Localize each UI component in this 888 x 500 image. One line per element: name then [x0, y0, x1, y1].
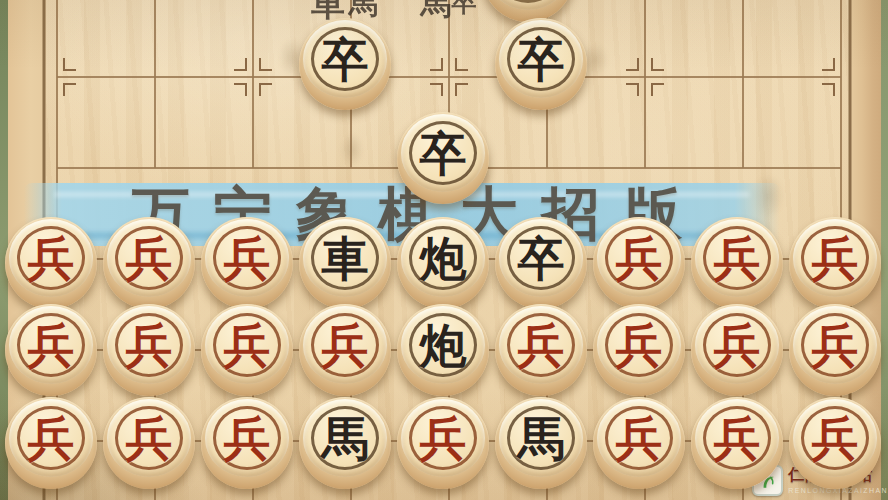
piece-character: 卒 [495, 217, 587, 299]
piece-red-r6-f7[interactable]: 兵 [593, 217, 685, 309]
piece-character: 卒 [495, 18, 587, 100]
piece-red-r8-f7[interactable]: 兵 [593, 397, 685, 489]
piece-character: 炮 [397, 304, 489, 386]
piece-red-r8-f2[interactable]: 兵 [103, 397, 195, 489]
piece-red-r7-f3[interactable]: 兵 [201, 304, 293, 396]
piece-red-r6-f3[interactable]: 兵 [201, 217, 293, 309]
xiangqi-game-screen: 万宁象棋大招版 卒卒卒兵兵兵車炮卒兵兵兵兵兵兵兵炮兵兵兵兵兵兵兵馬兵馬兵兵兵 車… [0, 0, 888, 500]
piece-character: 兵 [201, 217, 293, 299]
piece-red-r7-f9[interactable]: 兵 [789, 304, 881, 396]
piece-black-r4-f4[interactable]: 卒 [299, 18, 391, 110]
piece-black-r7-f5[interactable]: 炮 [397, 304, 489, 396]
piece-character: 兵 [691, 397, 783, 479]
piece-character: 兵 [593, 217, 685, 299]
piece-black-r4-f6[interactable]: 卒 [495, 18, 587, 110]
piece-character: 卒 [397, 112, 489, 194]
piece-character: 兵 [299, 304, 391, 386]
piece-character: 兵 [103, 397, 195, 479]
piece-character: 兵 [103, 217, 195, 299]
piece-character: 兵 [201, 304, 293, 386]
piece-red-r6-f8[interactable]: 兵 [691, 217, 783, 309]
piece-black-r8-f6[interactable]: 馬 [495, 397, 587, 489]
piece-black-r6-f5[interactable]: 炮 [397, 217, 489, 309]
piece-character: 車 [299, 217, 391, 299]
piece-character: 兵 [691, 304, 783, 386]
piece-character: 馬 [495, 397, 587, 479]
piece-red-r8-f8[interactable]: 兵 [691, 397, 783, 489]
piece-red-r7-f7[interactable]: 兵 [593, 304, 685, 396]
piece-character: 兵 [593, 397, 685, 479]
piece-character [482, 0, 574, 12]
piece-character: 兵 [495, 304, 587, 386]
piece-red-r7-f1[interactable]: 兵 [5, 304, 97, 396]
piece-red-r6-f1[interactable]: 兵 [5, 217, 97, 309]
piece-black-r6-f6[interactable]: 卒 [495, 217, 587, 309]
piece-character: 馬 [299, 397, 391, 479]
piece-black-r5-f5[interactable]: 卒 [397, 112, 489, 204]
piece-red-r7-f6[interactable]: 兵 [495, 304, 587, 396]
piece-red-r6-f9[interactable]: 兵 [789, 217, 881, 309]
piece-red-r8-f5[interactable]: 兵 [397, 397, 489, 489]
piece-red-r6-f2[interactable]: 兵 [103, 217, 195, 309]
piece-red-r7-f4[interactable]: 兵 [299, 304, 391, 396]
piece-character: 兵 [691, 217, 783, 299]
piece-red-r7-f2[interactable]: 兵 [103, 304, 195, 396]
piece-character: 兵 [201, 397, 293, 479]
piece-character: 兵 [789, 217, 881, 299]
piece-character: 兵 [593, 304, 685, 386]
piece-red-r8-f1[interactable]: 兵 [5, 397, 97, 489]
piece-character: 兵 [5, 397, 97, 479]
piece-red-r8-f9[interactable]: 兵 [789, 397, 881, 489]
piece-black-r6-f4[interactable]: 車 [299, 217, 391, 309]
piece-character: 炮 [397, 217, 489, 299]
piece-red-r7-f8[interactable]: 兵 [691, 304, 783, 396]
piece-black-r8-f4[interactable]: 馬 [299, 397, 391, 489]
piece-character: 兵 [789, 304, 881, 386]
piece-character: 兵 [103, 304, 195, 386]
piece-character: 兵 [5, 217, 97, 299]
piece-character: 兵 [5, 304, 97, 386]
piece-character: 兵 [397, 397, 489, 479]
piece-character: 兵 [789, 397, 881, 479]
piece-red-r8-f3[interactable]: 兵 [201, 397, 293, 489]
piece-character: 卒 [299, 18, 391, 100]
